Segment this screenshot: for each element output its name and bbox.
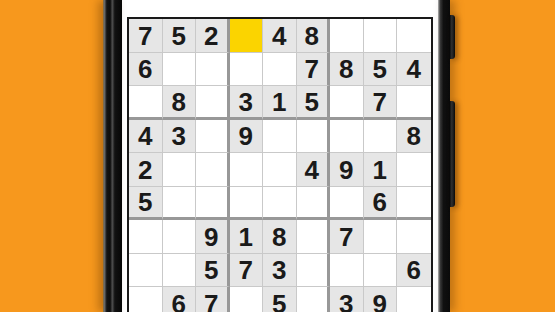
sudoku-cell-r6c5[interactable]	[263, 187, 297, 221]
sudoku-cell-r5c3[interactable]	[196, 153, 230, 187]
sudoku-cell-r6c7[interactable]	[330, 187, 364, 221]
sudoku-cell-r4c6[interactable]	[297, 120, 331, 154]
sudoku-cell-r3c8[interactable]: 7	[364, 86, 398, 120]
sudoku-cell-r6c9[interactable]	[397, 187, 431, 221]
sudoku-cell-r1c5[interactable]: 4	[263, 19, 297, 53]
sudoku-cell-r6c6[interactable]	[297, 187, 331, 221]
sudoku-cell-r7c1[interactable]	[129, 220, 163, 254]
sudoku-cell-r4c2[interactable]: 3	[163, 120, 197, 154]
sudoku-cell-r4c1[interactable]: 4	[129, 120, 163, 154]
sudoku-cell-r2c4[interactable]	[230, 53, 264, 87]
sudoku-cell-r9c7[interactable]: 3	[330, 287, 364, 312]
sudoku-cell-r5c2[interactable]	[163, 153, 197, 187]
sudoku-cell-r7c4[interactable]: 1	[230, 220, 264, 254]
sudoku-cell-r6c3[interactable]	[196, 187, 230, 221]
sudoku-cell-r5c4[interactable]	[230, 153, 264, 187]
sudoku-cell-r9c8[interactable]: 9	[364, 287, 398, 312]
sudoku-cell-r8c7[interactable]	[330, 254, 364, 288]
sudoku-cell-r6c4[interactable]	[230, 187, 264, 221]
sudoku-cell-r5c9[interactable]	[397, 153, 431, 187]
sudoku-cell-r1c4[interactable]	[230, 19, 264, 53]
sudoku-cell-r3c3[interactable]	[196, 86, 230, 120]
sudoku-cell-r1c6[interactable]: 8	[297, 19, 331, 53]
sudoku-cell-r5c7[interactable]: 9	[330, 153, 364, 187]
sudoku-cell-r8c8[interactable]	[364, 254, 398, 288]
sudoku-cell-r4c4[interactable]: 9	[230, 120, 264, 154]
phone-side-button-top	[449, 15, 455, 59]
sudoku-cell-r4c5[interactable]	[263, 120, 297, 154]
sudoku-cell-r2c3[interactable]	[196, 53, 230, 87]
sudoku-cell-r7c6[interactable]	[297, 220, 331, 254]
sudoku-cell-r5c8[interactable]: 1	[364, 153, 398, 187]
sudoku-cell-r8c1[interactable]	[129, 254, 163, 288]
sudoku-board: 75248678548315743982491569187573667539	[127, 17, 433, 312]
sudoku-cell-r9c4[interactable]	[230, 287, 264, 312]
sudoku-cell-r4c8[interactable]	[364, 120, 398, 154]
sudoku-cell-r3c7[interactable]	[330, 86, 364, 120]
sudoku-cell-r8c5[interactable]: 3	[263, 254, 297, 288]
sudoku-cell-r7c9[interactable]	[397, 220, 431, 254]
sudoku-cell-r7c3[interactable]: 9	[196, 220, 230, 254]
sudoku-cell-r1c8[interactable]	[364, 19, 398, 53]
sudoku-cell-r1c7[interactable]	[330, 19, 364, 53]
sudoku-cell-r8c2[interactable]	[163, 254, 197, 288]
sudoku-cell-r3c9[interactable]	[397, 86, 431, 120]
sudoku-cell-r4c3[interactable]	[196, 120, 230, 154]
sudoku-cell-r5c1[interactable]: 2	[129, 153, 163, 187]
sudoku-cell-r3c6[interactable]: 5	[297, 86, 331, 120]
sudoku-cell-r2c5[interactable]	[263, 53, 297, 87]
sudoku-cell-r6c2[interactable]	[163, 187, 197, 221]
sudoku-cell-r7c2[interactable]	[163, 220, 197, 254]
sudoku-cell-r6c8[interactable]: 6	[364, 187, 398, 221]
sudoku-cell-r7c8[interactable]	[364, 220, 398, 254]
sudoku-cell-r1c2[interactable]: 5	[163, 19, 197, 53]
sudoku-cell-r2c9[interactable]: 4	[397, 53, 431, 87]
sudoku-cell-r2c1[interactable]: 6	[129, 53, 163, 87]
sudoku-cell-r9c2[interactable]: 6	[163, 287, 197, 312]
sudoku-cell-r1c1[interactable]: 7	[129, 19, 163, 53]
phone-side-button-bottom	[449, 101, 455, 207]
sudoku-cell-r8c3[interactable]: 5	[196, 254, 230, 288]
sudoku-cell-r7c7[interactable]: 7	[330, 220, 364, 254]
sudoku-cell-r7c5[interactable]: 8	[263, 220, 297, 254]
sudoku-cell-r5c6[interactable]: 4	[297, 153, 331, 187]
sudoku-cell-r3c2[interactable]: 8	[163, 86, 197, 120]
sudoku-cell-r3c1[interactable]	[129, 86, 163, 120]
sudoku-cell-r9c1[interactable]	[129, 287, 163, 312]
sudoku-cell-r9c3[interactable]: 7	[196, 287, 230, 312]
sudoku-cell-r2c7[interactable]: 8	[330, 53, 364, 87]
sudoku-cell-r3c5[interactable]: 1	[263, 86, 297, 120]
sudoku-cell-r2c6[interactable]: 7	[297, 53, 331, 87]
sudoku-cell-r9c9[interactable]	[397, 287, 431, 312]
sudoku-cell-r1c9[interactable]	[397, 19, 431, 53]
sudoku-cell-r4c9[interactable]: 8	[397, 120, 431, 154]
sudoku-cell-r9c6[interactable]	[297, 287, 331, 312]
phone-left-edge	[103, 0, 122, 312]
sudoku-cell-r4c7[interactable]	[330, 120, 364, 154]
sudoku-cell-r9c5[interactable]: 5	[263, 287, 297, 312]
sudoku-cell-r8c9[interactable]: 6	[397, 254, 431, 288]
sudoku-cell-r2c2[interactable]	[163, 53, 197, 87]
sudoku-cell-r3c4[interactable]: 3	[230, 86, 264, 120]
sudoku-cell-r2c8[interactable]: 5	[364, 53, 398, 87]
sudoku-cell-r5c5[interactable]	[263, 153, 297, 187]
sudoku-cell-r6c1[interactable]: 5	[129, 187, 163, 221]
sudoku-cell-r8c4[interactable]: 7	[230, 254, 264, 288]
sudoku-cell-r1c3[interactable]: 2	[196, 19, 230, 53]
sudoku-cell-r8c6[interactable]	[297, 254, 331, 288]
